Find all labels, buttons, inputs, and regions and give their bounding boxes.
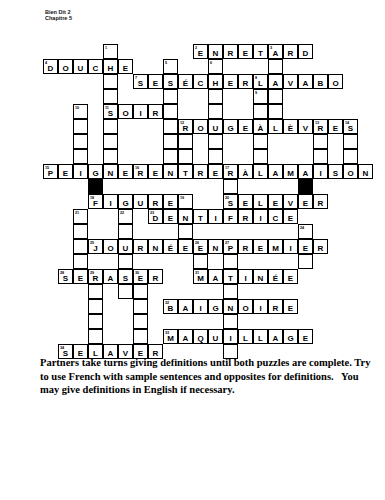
instructions-line-2: to use French with sample sentences and …: [40, 370, 355, 384]
across-12-letter-3: G: [223, 119, 238, 134]
clue-number-11: 11: [105, 106, 109, 110]
letter-glyph: D: [299, 45, 312, 58]
letter-glyph: É: [179, 75, 192, 88]
clue-number-14: 14: [345, 121, 349, 125]
across-2-letter-6: R: [283, 44, 298, 59]
across-18-letter-4: R: [148, 194, 163, 209]
letter-glyph: S: [164, 75, 177, 88]
clue-number-25: 25: [90, 241, 94, 245]
across-8-letter-4: B: [313, 74, 328, 89]
letter-glyph: G: [89, 165, 102, 178]
clue-number-34: 34: [60, 346, 64, 350]
across-16-letter-13: S: [328, 164, 343, 179]
across-12-letter-10: E: [328, 119, 343, 134]
letter-glyph: O: [239, 300, 252, 313]
across-8-letter-5: O: [328, 74, 343, 89]
across-32-letter-6: I: [253, 299, 268, 314]
across-16-letter-4: R: [193, 164, 208, 179]
across-7-letter-3: É: [178, 74, 193, 89]
letter-glyph: I: [209, 210, 222, 223]
down-5-cell-4: [163, 119, 178, 134]
across-12-letter-2: U: [208, 119, 223, 134]
letter-glyph: R: [149, 105, 162, 118]
across-7-letter-7: R: [238, 74, 253, 89]
clue-number-26: 26: [195, 241, 199, 245]
clue-number-19: 19: [180, 196, 184, 200]
down-13-cell-1: [313, 134, 328, 149]
across-32-letter-8: E: [283, 299, 298, 314]
letter-glyph: E: [254, 240, 267, 253]
down-6-cell-5: [208, 134, 223, 149]
letter-glyph: S: [119, 270, 132, 283]
across-2-letter-2: R: [223, 44, 238, 59]
worksheet-page: Bien Dit 2 Chapitre 5 ENRETARDDOUCHESESÉ…: [0, 0, 385, 500]
down-30-cell-2: [133, 299, 148, 314]
letter-glyph: G: [119, 195, 132, 208]
letter-glyph: N: [179, 210, 192, 223]
letter-glyph: R: [134, 240, 147, 253]
letter-glyph: G: [284, 330, 297, 343]
letter-glyph: Q: [194, 330, 207, 343]
letter-glyph: N: [209, 240, 222, 253]
letter-glyph: É: [269, 270, 282, 283]
letter-glyph: U: [209, 120, 222, 133]
down-10-cell-1: [73, 119, 88, 134]
letter-glyph: E: [299, 330, 312, 343]
across-12-letter-1: O: [193, 119, 208, 134]
across-33-letter-4: I: [223, 329, 238, 344]
letter-glyph: E: [74, 270, 87, 283]
letter-glyph: M: [269, 240, 282, 253]
letter-glyph: U: [119, 240, 132, 253]
letter-glyph: E: [224, 75, 237, 88]
across-33-letter-6: L: [253, 329, 268, 344]
across-33-letter-2: Q: [193, 329, 208, 344]
down-6-cell-3: [208, 104, 223, 119]
across-16-letter-1: E: [148, 164, 163, 179]
across-32-letter-2: I: [193, 299, 208, 314]
letter-glyph: E: [299, 195, 312, 208]
letter-glyph: O: [329, 75, 342, 88]
letter-glyph: E: [119, 60, 132, 73]
across-8-letter-2: V: [283, 74, 298, 89]
down-27-cell-1: [223, 254, 238, 269]
instructions-line-1: Partners take turns giving definitions u…: [40, 356, 355, 370]
letter-glyph: R: [269, 300, 282, 313]
clue-number-6: 6: [210, 61, 212, 65]
clue-number-3: 3: [270, 46, 272, 50]
down-30-cell-1: [133, 284, 148, 299]
letter-glyph: À: [239, 165, 252, 178]
across-16-letter-8: L: [253, 164, 268, 179]
down-9-cell-4: [253, 149, 268, 164]
across-28-letter-4: S: [118, 269, 133, 284]
worksheet-header: Bien Dit 2 Chapitre 5: [45, 9, 72, 22]
down-9-cell-1: [253, 104, 268, 119]
letter-glyph: A: [209, 270, 222, 283]
down-9-cell-3: [253, 134, 268, 149]
down-1-cell-2: [103, 74, 118, 89]
letter-glyph: I: [194, 300, 207, 313]
letter-glyph: T: [194, 210, 207, 223]
across-23-letter-1: E: [163, 209, 178, 224]
down-29-cell-4: [88, 329, 103, 344]
clue-number-2: 2: [195, 46, 197, 50]
across-23-letter-4: I: [208, 209, 223, 224]
across-33-letter-9: E: [298, 329, 313, 344]
across-18-letter-5: E: [163, 194, 178, 209]
across-26-letter-8: R: [313, 239, 328, 254]
across-11-letter-2: I: [133, 104, 148, 119]
across-25-letter-6: E: [178, 239, 193, 254]
down-3-cell-3: [268, 89, 283, 104]
across-23-letter-9: E: [283, 209, 298, 224]
across-15-letter-5: E: [118, 164, 133, 179]
letter-glyph: E: [284, 300, 297, 313]
letter-glyph: I: [314, 165, 327, 178]
down-30-cell-3: [133, 314, 148, 329]
across-31-letter-6: E: [283, 269, 298, 284]
across-33-letter-8: G: [283, 329, 298, 344]
across-12-letter-6: L: [268, 119, 283, 134]
letter-glyph: R: [194, 165, 207, 178]
clue-number-18: 18: [90, 196, 94, 200]
across-16-letter-12: I: [313, 164, 328, 179]
across-16-letter-15: N: [358, 164, 373, 179]
across-23-letter-7: I: [253, 209, 268, 224]
down-30-cell-4: [133, 329, 148, 344]
across-33-letter-5: L: [238, 329, 253, 344]
header-chapter: Chapitre 5: [45, 15, 72, 21]
letter-glyph: R: [284, 45, 297, 58]
across-15-letter-4: N: [103, 164, 118, 179]
across-11-letter-1: O: [118, 104, 133, 119]
letter-glyph: O: [59, 60, 72, 73]
clue-number-15: 15: [45, 166, 49, 170]
letter-glyph: R: [239, 210, 252, 223]
across-12-letter-5: À: [253, 119, 268, 134]
clue-number-7: 7: [135, 76, 137, 80]
across-20-letter-2: L: [253, 194, 268, 209]
letter-glyph: I: [104, 195, 117, 208]
across-7-letter-6: E: [223, 74, 238, 89]
across-20-letter-6: R: [313, 194, 328, 209]
down-5-cell-5: [163, 134, 178, 149]
down-22-cell-1: [118, 224, 133, 239]
clue-number-12: 12: [180, 121, 184, 125]
down-12-cell-1: [178, 134, 193, 149]
clue-number-30: 30: [135, 271, 139, 275]
down-3-cell-4: [268, 104, 283, 119]
clue-number-24: 24: [300, 226, 304, 230]
letter-glyph: C: [89, 60, 102, 73]
letter-glyph: L: [254, 165, 267, 178]
across-7-letter-2: S: [163, 74, 178, 89]
letter-glyph: I: [254, 210, 267, 223]
across-32-letter-4: N: [223, 299, 238, 314]
letter-glyph: C: [194, 75, 207, 88]
letter-glyph: I: [134, 105, 147, 118]
letter-glyph: É: [164, 240, 177, 253]
across-26-letter-7: E: [298, 239, 313, 254]
across-15-letter-2: I: [73, 164, 88, 179]
across-7-letter-4: C: [193, 74, 208, 89]
down-14-cell-1: [343, 134, 358, 149]
letter-glyph: G: [209, 300, 222, 313]
clue-number-20: 20: [225, 196, 229, 200]
across-23-letter-8: C: [268, 209, 283, 224]
across-25-letter-4: N: [148, 239, 163, 254]
down-6-cell-2: [208, 89, 223, 104]
down-6-cell-6: [208, 149, 223, 164]
across-31-letter-3: I: [238, 269, 253, 284]
clue-number-4: 4: [45, 61, 47, 65]
across-32-letter-1: A: [178, 299, 193, 314]
down-3-cell-1: [268, 59, 283, 74]
across-26-letter-6: I: [283, 239, 298, 254]
letter-glyph: R: [239, 240, 252, 253]
letter-glyph: E: [269, 195, 282, 208]
letter-glyph: N: [224, 300, 237, 313]
down-21-cell-2: [73, 239, 88, 254]
across-26-letter-1: N: [208, 239, 223, 254]
across-12-letter-7: È: [283, 119, 298, 134]
across-16-letter-7: À: [238, 164, 253, 179]
down-10-cell-3: [73, 149, 88, 164]
letter-glyph: E: [59, 165, 72, 178]
across-28-letter-3: A: [103, 269, 118, 284]
clue-number-22: 22: [120, 211, 124, 215]
letter-glyph: N: [209, 45, 222, 58]
letter-glyph: R: [314, 240, 327, 253]
letter-glyph: E: [284, 270, 297, 283]
letter-glyph: L: [254, 330, 267, 343]
down-22-cell-5: [118, 284, 133, 299]
across-15-letter-3: G: [88, 164, 103, 179]
letter-glyph: E: [239, 45, 252, 58]
letter-glyph: L: [239, 330, 252, 343]
letter-glyph: E: [239, 195, 252, 208]
clue-number-10: 10: [75, 106, 79, 110]
letter-glyph: E: [284, 210, 297, 223]
letter-glyph: L: [269, 120, 282, 133]
across-12-letter-4: E: [238, 119, 253, 134]
letter-glyph: B: [314, 75, 327, 88]
clue-number-1: 1: [105, 46, 107, 50]
across-23-letter-2: N: [178, 209, 193, 224]
letter-glyph: E: [164, 210, 177, 223]
down-1-cell-5: [103, 119, 118, 134]
across-23-letter-6: R: [238, 209, 253, 224]
down-1-cell-3: [103, 89, 118, 104]
across-28-letter-6: R: [148, 269, 163, 284]
across-16-letter-3: T: [178, 164, 193, 179]
letter-glyph: A: [299, 165, 312, 178]
letter-glyph: U: [134, 195, 147, 208]
letter-glyph: T: [179, 165, 192, 178]
letter-glyph: N: [254, 270, 267, 283]
letter-glyph: À: [254, 120, 267, 133]
black-cell-1: [88, 179, 103, 194]
across-25-letter-1: O: [103, 239, 118, 254]
across-16-letter-5: E: [208, 164, 223, 179]
across-2-letter-7: D: [298, 44, 313, 59]
down-1-cell-7: [103, 149, 118, 164]
down-29-cell-2: [88, 299, 103, 314]
down-1-cell-6: [103, 134, 118, 149]
letter-glyph: I: [74, 165, 87, 178]
letter-glyph: O: [344, 165, 357, 178]
across-33-letter-7: A: [268, 329, 283, 344]
letter-glyph: L: [254, 195, 267, 208]
down-17-cell-1: [223, 179, 238, 194]
across-31-letter-1: A: [208, 269, 223, 284]
across-2-letter-1: N: [208, 44, 223, 59]
letter-glyph: V: [284, 195, 297, 208]
across-20-letter-4: V: [283, 194, 298, 209]
down-19-cell-2: [178, 224, 193, 239]
across-18-letter-2: G: [118, 194, 133, 209]
across-32-letter-3: G: [208, 299, 223, 314]
down-14-cell-2: [343, 149, 358, 164]
letter-glyph: U: [209, 330, 222, 343]
letter-glyph: T: [254, 45, 267, 58]
letter-glyph: M: [284, 165, 297, 178]
clue-number-33: 33: [165, 331, 169, 335]
letter-glyph: O: [119, 105, 132, 118]
letter-glyph: E: [329, 120, 342, 133]
down-13-cell-2: [313, 149, 328, 164]
across-31-letter-5: É: [268, 269, 283, 284]
across-4-letter-1: O: [58, 59, 73, 74]
letter-glyph: T: [224, 270, 237, 283]
across-16-letter-2: N: [163, 164, 178, 179]
across-31-letter-2: T: [223, 269, 238, 284]
across-7-letter-5: H: [208, 74, 223, 89]
across-26-letter-5: M: [268, 239, 283, 254]
letter-glyph: A: [179, 300, 192, 313]
letter-glyph: N: [164, 165, 177, 178]
letter-glyph: H: [209, 75, 222, 88]
down-5-cell-3: [163, 104, 178, 119]
across-16-letter-10: M: [283, 164, 298, 179]
instructions-text: Partners take turns giving definitions u…: [40, 356, 355, 397]
letter-glyph: N: [359, 165, 372, 178]
down-5-cell-6: [163, 149, 178, 164]
letter-glyph: I: [239, 270, 252, 283]
down-21-cell-3: [73, 254, 88, 269]
letter-glyph: I: [224, 330, 237, 343]
letter-glyph: E: [149, 75, 162, 88]
letter-glyph: E: [239, 120, 252, 133]
across-33-letter-3: U: [208, 329, 223, 344]
letter-glyph: F: [224, 210, 237, 223]
letter-glyph: S: [329, 165, 342, 178]
across-20-letter-5: E: [298, 194, 313, 209]
letter-glyph: E: [179, 240, 192, 253]
clue-number-21: 21: [75, 211, 79, 215]
across-20-letter-1: E: [238, 194, 253, 209]
across-11-letter-3: R: [148, 104, 163, 119]
letter-glyph: R: [239, 75, 252, 88]
clue-number-9: 9: [255, 91, 257, 95]
letter-glyph: A: [299, 75, 312, 88]
across-8-letter-3: A: [298, 74, 313, 89]
across-32-letter-5: O: [238, 299, 253, 314]
down-24-cell-2: [298, 254, 313, 269]
letter-glyph: E: [149, 165, 162, 178]
down-21-cell-1: [73, 224, 88, 239]
clue-number-16: 16: [135, 166, 139, 170]
down-12-cell-2: [178, 149, 193, 164]
across-15-letter-1: E: [58, 164, 73, 179]
clue-number-32: 32: [165, 301, 169, 305]
across-16-letter-9: A: [268, 164, 283, 179]
letter-glyph: E: [209, 165, 222, 178]
letter-glyph: E: [119, 165, 132, 178]
instructions-line-3: may give definitions in English if neces…: [40, 383, 355, 397]
across-25-letter-3: R: [133, 239, 148, 254]
letter-glyph: H: [104, 60, 117, 73]
down-27-cell-3: [223, 284, 238, 299]
letter-glyph: A: [269, 75, 282, 88]
letter-glyph: I: [254, 300, 267, 313]
letter-glyph: R: [314, 195, 327, 208]
down-10-cell-2: [73, 134, 88, 149]
letter-glyph: I: [284, 240, 297, 253]
across-20-letter-3: E: [268, 194, 283, 209]
letter-glyph: N: [149, 240, 162, 253]
clue-number-27: 27: [225, 241, 229, 245]
across-4-letter-2: U: [73, 59, 88, 74]
across-26-letter-4: E: [253, 239, 268, 254]
letter-glyph: O: [194, 120, 207, 133]
down-29-cell-3: [88, 314, 103, 329]
across-12-letter-8: V: [298, 119, 313, 134]
letter-glyph: N: [104, 165, 117, 178]
across-4-letter-5: E: [118, 59, 133, 74]
down-22-cell-3: [118, 254, 133, 269]
letter-glyph: C: [269, 210, 282, 223]
across-31-letter-4: N: [253, 269, 268, 284]
across-25-letter-2: U: [118, 239, 133, 254]
letter-glyph: È: [284, 120, 297, 133]
down-26-cell-1: [193, 254, 208, 269]
letter-glyph: E: [299, 240, 312, 253]
across-32-letter-7: R: [268, 299, 283, 314]
across-23-letter-3: T: [193, 209, 208, 224]
clue-number-28: 28: [60, 271, 64, 275]
across-23-letter-5: F: [223, 209, 238, 224]
down-5-cell-2: [163, 89, 178, 104]
across-25-letter-5: É: [163, 239, 178, 254]
across-18-letter-1: I: [103, 194, 118, 209]
letter-glyph: A: [179, 330, 192, 343]
clue-number-17: 17: [225, 166, 229, 170]
clue-number-8: 8: [255, 76, 257, 80]
letter-glyph: O: [104, 240, 117, 253]
letter-glyph: R: [149, 195, 162, 208]
across-16-letter-11: A: [298, 164, 313, 179]
letter-glyph: U: [74, 60, 87, 73]
clue-number-13: 13: [315, 121, 319, 125]
clue-number-31: 31: [195, 271, 199, 275]
across-28-letter-1: E: [73, 269, 88, 284]
clue-number-23: 23: [150, 211, 154, 215]
letter-glyph: A: [269, 330, 282, 343]
across-33-letter-1: A: [178, 329, 193, 344]
letter-glyph: R: [149, 270, 162, 283]
